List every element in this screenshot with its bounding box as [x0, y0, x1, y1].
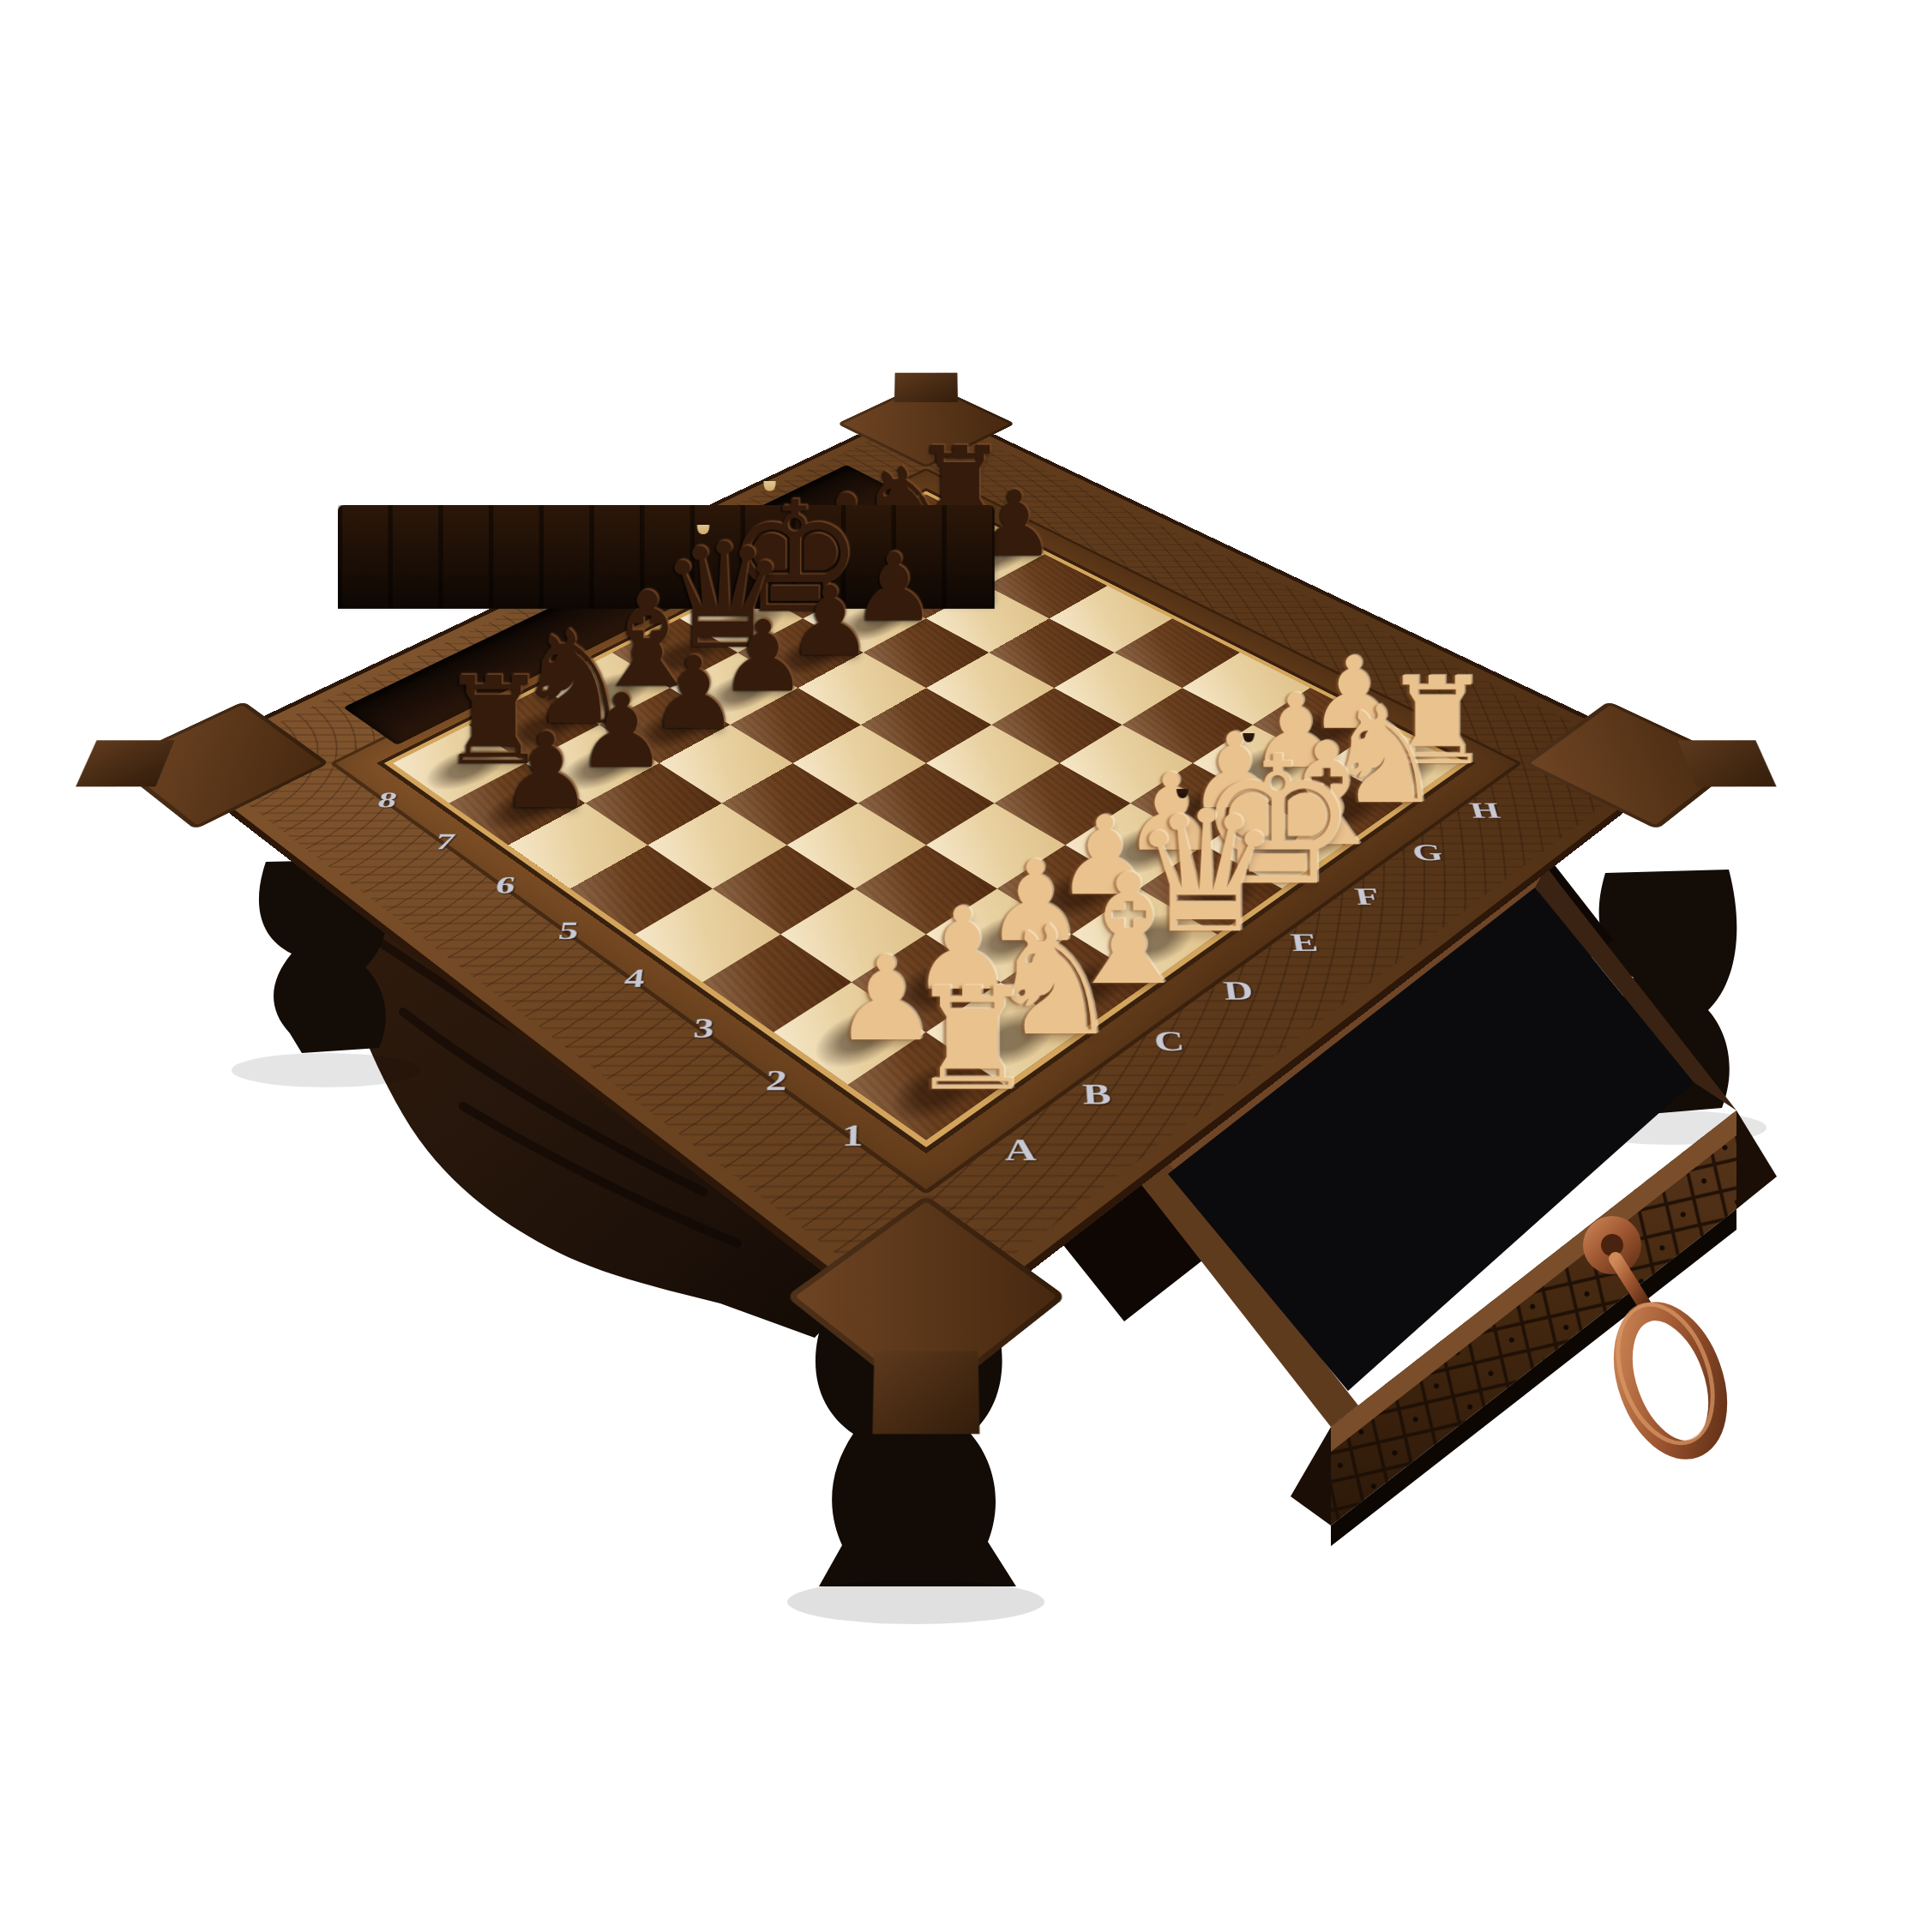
- file-label-a: A: [997, 1134, 1044, 1166]
- square-e4[interactable]: [926, 725, 1060, 803]
- leg-shadow: [232, 1053, 420, 1087]
- file-label-c: C: [1146, 1026, 1192, 1056]
- file-label-d: D: [1215, 977, 1261, 1005]
- piece-white-rook[interactable]: ♜: [908, 969, 1020, 1111]
- drawer-end-cap-left: [1291, 1427, 1331, 1526]
- piece-black-pawn[interactable]: ♟: [497, 719, 595, 823]
- file-label-h: H: [1462, 798, 1508, 822]
- file-label-g: G: [1405, 840, 1450, 864]
- file-label-b: B: [1074, 1079, 1121, 1110]
- leg-shadow: [787, 1580, 1044, 1624]
- file-label-e: E: [1281, 930, 1327, 956]
- scene: ♜♞♝♛♚♝♞♜♟♟♟♟♟♟♟♟♟♟♟♟♟♟♟♟♜♞♝♛♚♝♞♜ 1234567…: [0, 0, 1932, 1932]
